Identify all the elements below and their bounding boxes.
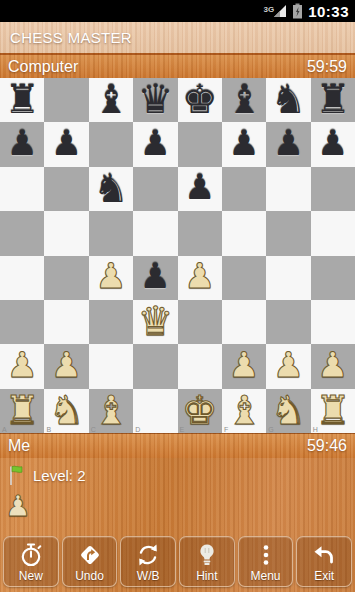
piece-white-pawn[interactable]: ♟ xyxy=(95,259,126,294)
square-f5[interactable] xyxy=(222,211,266,255)
status-bar: 3G 10:33 xyxy=(0,0,355,22)
square-e6[interactable]: ♟ xyxy=(178,167,222,211)
square-d7[interactable]: ♟ xyxy=(133,122,177,166)
undo-button[interactable]: Undo xyxy=(62,536,118,587)
square-g4[interactable] xyxy=(266,256,310,300)
player-bar: Me 59:46 xyxy=(0,433,355,458)
undo-button-label: Undo xyxy=(75,569,104,583)
square-e4[interactable]: ♟ xyxy=(178,256,222,300)
square-b7[interactable]: ♟ xyxy=(44,122,88,166)
square-f2[interactable]: ♟ xyxy=(222,344,266,388)
square-e5[interactable] xyxy=(178,211,222,255)
player-clock: 59:46 xyxy=(307,437,347,455)
piece-black-queen[interactable]: ♛ xyxy=(137,79,173,119)
square-d4[interactable]: ♟ xyxy=(133,256,177,300)
piece-black-pawn[interactable]: ♟ xyxy=(317,126,348,161)
undo-turn-icon xyxy=(77,542,103,568)
square-d5[interactable] xyxy=(133,211,177,255)
square-a6[interactable] xyxy=(0,167,44,211)
stopwatch-icon xyxy=(18,542,44,568)
new-button[interactable]: New xyxy=(3,536,59,587)
file-label-f: F xyxy=(224,426,228,433)
piece-white-pawn[interactable]: ♟ xyxy=(273,348,304,383)
square-e1[interactable]: ♚E xyxy=(178,389,222,433)
piece-black-pawn[interactable]: ♟ xyxy=(184,170,215,205)
square-a3[interactable] xyxy=(0,300,44,344)
square-d8[interactable]: ♛ xyxy=(133,78,177,122)
square-h7[interactable]: ♟ xyxy=(311,122,355,166)
swap-sides-button[interactable]: W/B xyxy=(120,536,176,587)
square-b2[interactable]: ♟ xyxy=(44,344,88,388)
square-f7[interactable]: ♟ xyxy=(222,122,266,166)
piece-black-pawn[interactable]: ♟ xyxy=(273,126,304,161)
chess-board[interactable]: ♜♝♛♚♝♞♜♟♟♟♟♟♟♞♟♟♟♟♛♟♟♟♟♟♜A♞B♝CD♚E♝F♞G♜H xyxy=(0,78,355,433)
title-bar: CHESS MASTER xyxy=(0,22,355,53)
overflow-menu-icon xyxy=(253,542,279,568)
square-a2[interactable]: ♟ xyxy=(0,344,44,388)
game-info-area: Level: 2 ♟ xyxy=(0,458,355,533)
square-c6[interactable]: ♞ xyxy=(89,167,133,211)
app-title: CHESS MASTER xyxy=(10,29,132,46)
piece-white-knight[interactable]: ♞ xyxy=(49,390,85,430)
opponent-bar: Computer 59:59 xyxy=(0,53,355,78)
clock-time: 10:33 xyxy=(308,3,349,20)
square-a4[interactable] xyxy=(0,256,44,300)
level-label: Level: 2 xyxy=(33,467,86,484)
file-label-a: A xyxy=(2,426,7,433)
piece-black-pawn[interactable]: ♟ xyxy=(140,259,171,294)
piece-black-king[interactable]: ♚ xyxy=(182,79,218,119)
square-g1[interactable]: ♞G xyxy=(266,389,310,433)
square-e2[interactable] xyxy=(178,344,222,388)
square-a7[interactable]: ♟ xyxy=(0,122,44,166)
square-h5[interactable] xyxy=(311,211,355,255)
square-a8[interactable]: ♜ xyxy=(0,78,44,122)
opponent-name: Computer xyxy=(8,58,78,76)
piece-black-bishop[interactable]: ♝ xyxy=(226,79,262,119)
square-c8[interactable]: ♝ xyxy=(89,78,133,122)
signal-strength-icon xyxy=(273,4,287,18)
piece-black-pawn[interactable]: ♟ xyxy=(6,126,37,161)
captured-white-pawn: ♟ xyxy=(5,489,31,523)
square-e7[interactable] xyxy=(178,122,222,166)
square-h4[interactable] xyxy=(311,256,355,300)
piece-black-rook[interactable]: ♜ xyxy=(315,79,351,119)
square-f1[interactable]: ♝F xyxy=(222,389,266,433)
square-f4[interactable] xyxy=(222,256,266,300)
network-indicator: 3G xyxy=(263,4,287,18)
green-flag-icon xyxy=(8,465,25,487)
toolbar: New Undo W/B Hint xyxy=(0,533,355,592)
square-d3[interactable]: ♛ xyxy=(133,300,177,344)
exit-back-icon xyxy=(311,542,337,568)
square-g8[interactable]: ♞ xyxy=(266,78,310,122)
square-b1[interactable]: ♞B xyxy=(44,389,88,433)
piece-white-rook[interactable]: ♜ xyxy=(4,390,40,430)
piece-black-pawn[interactable]: ♟ xyxy=(140,126,171,161)
square-e8[interactable]: ♚ xyxy=(178,78,222,122)
piece-white-knight[interactable]: ♞ xyxy=(271,390,307,430)
piece-black-bishop[interactable]: ♝ xyxy=(93,79,129,119)
piece-black-pawn[interactable]: ♟ xyxy=(51,126,82,161)
square-c1[interactable]: ♝C xyxy=(89,389,133,433)
new-button-label: New xyxy=(19,569,43,583)
square-a5[interactable] xyxy=(0,211,44,255)
square-h8[interactable]: ♜ xyxy=(311,78,355,122)
file-label-h: H xyxy=(313,426,318,433)
file-label-b: B xyxy=(46,426,51,433)
square-h2[interactable]: ♟ xyxy=(311,344,355,388)
square-g3[interactable] xyxy=(266,300,310,344)
menu-button[interactable]: Menu xyxy=(238,536,294,587)
lightbulb-icon xyxy=(194,542,220,568)
swap-sides-button-label: W/B xyxy=(137,569,160,583)
piece-black-knight[interactable]: ♞ xyxy=(93,168,129,208)
piece-white-queen[interactable]: ♛ xyxy=(137,301,173,341)
piece-white-king[interactable]: ♚ xyxy=(182,390,218,430)
file-label-d: D xyxy=(135,426,140,433)
square-h6[interactable] xyxy=(311,167,355,211)
square-d1[interactable]: D xyxy=(133,389,177,433)
square-b8[interactable] xyxy=(44,78,88,122)
square-f6[interactable] xyxy=(222,167,266,211)
square-b3[interactable] xyxy=(44,300,88,344)
square-g2[interactable]: ♟ xyxy=(266,344,310,388)
exit-button-label: Exit xyxy=(314,569,334,583)
square-c7[interactable] xyxy=(89,122,133,166)
square-f3[interactable] xyxy=(222,300,266,344)
square-f8[interactable]: ♝ xyxy=(222,78,266,122)
piece-white-pawn[interactable]: ♟ xyxy=(51,348,82,383)
square-c4[interactable]: ♟ xyxy=(89,256,133,300)
square-b4[interactable] xyxy=(44,256,88,300)
square-c3[interactable] xyxy=(89,300,133,344)
hint-button[interactable]: Hint xyxy=(179,536,235,587)
piece-white-pawn[interactable]: ♟ xyxy=(6,348,37,383)
piece-black-pawn[interactable]: ♟ xyxy=(228,126,259,161)
piece-white-rook[interactable]: ♜ xyxy=(315,390,351,430)
file-label-c: C xyxy=(91,426,96,433)
opponent-clock: 59:59 xyxy=(307,58,347,76)
square-h3[interactable] xyxy=(311,300,355,344)
piece-white-bishop[interactable]: ♝ xyxy=(226,390,262,430)
square-b5[interactable] xyxy=(44,211,88,255)
swap-sides-icon xyxy=(135,542,161,568)
square-c5[interactable] xyxy=(89,211,133,255)
square-e3[interactable] xyxy=(178,300,222,344)
square-a1[interactable]: ♜A xyxy=(0,389,44,433)
piece-black-rook[interactable]: ♜ xyxy=(4,79,40,119)
square-d2[interactable] xyxy=(133,344,177,388)
file-label-g: G xyxy=(268,426,273,433)
piece-white-bishop[interactable]: ♝ xyxy=(93,390,129,430)
exit-button[interactable]: Exit xyxy=(296,536,352,587)
piece-white-pawn[interactable]: ♟ xyxy=(184,259,215,294)
square-d6[interactable] xyxy=(133,167,177,211)
menu-button-label: Menu xyxy=(251,569,281,583)
square-c2[interactable] xyxy=(89,344,133,388)
square-g6[interactable] xyxy=(266,167,310,211)
hint-button-label: Hint xyxy=(196,569,217,583)
piece-black-knight[interactable]: ♞ xyxy=(271,79,307,119)
square-b6[interactable] xyxy=(44,167,88,211)
file-label-e: E xyxy=(180,426,185,433)
captured-pieces-tray: ♟ xyxy=(5,492,31,521)
square-h1[interactable]: ♜H xyxy=(311,389,355,433)
piece-white-pawn[interactable]: ♟ xyxy=(228,348,259,383)
piece-white-pawn[interactable]: ♟ xyxy=(317,348,348,383)
square-g7[interactable]: ♟ xyxy=(266,122,310,166)
player-name: Me xyxy=(8,437,30,455)
battery-icon xyxy=(292,3,303,19)
square-g5[interactable] xyxy=(266,211,310,255)
